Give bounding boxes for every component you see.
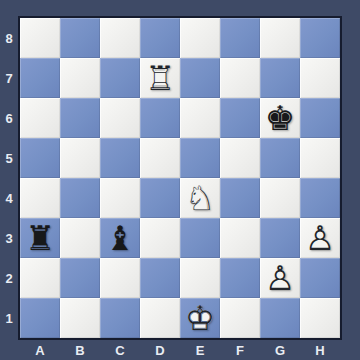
square-h6[interactable] (300, 98, 340, 138)
square-e5[interactable] (180, 138, 220, 178)
white-king-piece: ♚♔ (180, 298, 220, 338)
rank-label-4: 4 (0, 178, 18, 218)
square-d5[interactable] (140, 138, 180, 178)
square-c3[interactable]: ♝ (100, 218, 140, 258)
square-a2[interactable] (20, 258, 60, 298)
white-rook-glyph-outline: ♖ (140, 58, 180, 98)
square-f2[interactable] (220, 258, 260, 298)
square-f8[interactable] (220, 18, 260, 58)
file-label-b: B (60, 340, 100, 360)
square-b4[interactable] (60, 178, 100, 218)
white-king-glyph-fill: ♚ (180, 298, 220, 338)
square-f5[interactable] (220, 138, 260, 178)
square-h4[interactable] (300, 178, 340, 218)
square-d6[interactable] (140, 98, 180, 138)
square-h2[interactable] (300, 258, 340, 298)
white-pawn-glyph-outline: ♙ (260, 258, 300, 298)
square-g7[interactable] (260, 58, 300, 98)
square-d1[interactable] (140, 298, 180, 338)
square-a5[interactable] (20, 138, 60, 178)
square-a1[interactable] (20, 298, 60, 338)
square-d4[interactable] (140, 178, 180, 218)
black-rook-piece: ♜ (20, 218, 60, 258)
square-e7[interactable] (180, 58, 220, 98)
square-a3[interactable]: ♜ (20, 218, 60, 258)
black-king-piece: ♚ (260, 98, 300, 138)
white-pawn-glyph-fill: ♟ (300, 218, 340, 258)
square-a7[interactable] (20, 58, 60, 98)
white-rook-glyph-fill: ♜ (140, 58, 180, 98)
square-e4[interactable]: ♞♘ (180, 178, 220, 218)
square-b3[interactable] (60, 218, 100, 258)
square-f1[interactable] (220, 298, 260, 338)
white-knight-glyph-outline: ♘ (180, 178, 220, 218)
square-g8[interactable] (260, 18, 300, 58)
square-f7[interactable] (220, 58, 260, 98)
square-a4[interactable] (20, 178, 60, 218)
rank-label-2: 2 (0, 258, 18, 298)
square-e1[interactable]: ♚♔ (180, 298, 220, 338)
black-rook-glyph: ♜ (20, 218, 60, 258)
black-king-glyph: ♚ (260, 98, 300, 138)
square-c7[interactable] (100, 58, 140, 98)
square-g6[interactable]: ♚ (260, 98, 300, 138)
square-f4[interactable] (220, 178, 260, 218)
rank-label-7: 7 (0, 58, 18, 98)
white-rook-piece: ♜♖ (140, 58, 180, 98)
rank-label-1: 1 (0, 298, 18, 338)
rank-label-8: 8 (0, 18, 18, 58)
square-g3[interactable] (260, 218, 300, 258)
square-a8[interactable] (20, 18, 60, 58)
rank-label-6: 6 (0, 98, 18, 138)
white-knight-piece: ♞♘ (180, 178, 220, 218)
square-e8[interactable] (180, 18, 220, 58)
square-e3[interactable] (180, 218, 220, 258)
square-f3[interactable] (220, 218, 260, 258)
white-pawn-piece: ♟♙ (260, 258, 300, 298)
square-h5[interactable] (300, 138, 340, 178)
file-label-h: H (300, 340, 340, 360)
rank-label-5: 5 (0, 138, 18, 178)
chess-diagram: ♜♖♚♞♘♜♝♟♙♟♙♚♔ 87654321 ABCDEFGH (0, 0, 360, 360)
white-pawn-glyph-fill: ♟ (260, 258, 300, 298)
square-d3[interactable] (140, 218, 180, 258)
square-b6[interactable] (60, 98, 100, 138)
square-d8[interactable] (140, 18, 180, 58)
file-label-e: E (180, 340, 220, 360)
square-g1[interactable] (260, 298, 300, 338)
square-b1[interactable] (60, 298, 100, 338)
file-label-d: D (140, 340, 180, 360)
square-g2[interactable]: ♟♙ (260, 258, 300, 298)
square-f6[interactable] (220, 98, 260, 138)
white-knight-glyph-fill: ♞ (180, 178, 220, 218)
square-c6[interactable] (100, 98, 140, 138)
black-bishop-piece: ♝ (100, 218, 140, 258)
chess-board: ♜♖♚♞♘♜♝♟♙♟♙♚♔ (18, 16, 342, 340)
square-a6[interactable] (20, 98, 60, 138)
file-label-g: G (260, 340, 300, 360)
white-pawn-glyph-outline: ♙ (300, 218, 340, 258)
square-h8[interactable] (300, 18, 340, 58)
square-c5[interactable] (100, 138, 140, 178)
rank-label-3: 3 (0, 218, 18, 258)
file-label-a: A (20, 340, 60, 360)
square-c4[interactable] (100, 178, 140, 218)
square-b2[interactable] (60, 258, 100, 298)
square-h1[interactable] (300, 298, 340, 338)
file-label-c: C (100, 340, 140, 360)
square-d7[interactable]: ♜♖ (140, 58, 180, 98)
square-g4[interactable] (260, 178, 300, 218)
square-e6[interactable] (180, 98, 220, 138)
white-king-glyph-outline: ♔ (180, 298, 220, 338)
square-c1[interactable] (100, 298, 140, 338)
square-c8[interactable] (100, 18, 140, 58)
square-c2[interactable] (100, 258, 140, 298)
square-e2[interactable] (180, 258, 220, 298)
white-pawn-piece: ♟♙ (300, 218, 340, 258)
black-bishop-glyph: ♝ (100, 218, 140, 258)
square-h3[interactable]: ♟♙ (300, 218, 340, 258)
square-d2[interactable] (140, 258, 180, 298)
square-b5[interactable] (60, 138, 100, 178)
square-g5[interactable] (260, 138, 300, 178)
square-b7[interactable] (60, 58, 100, 98)
square-h7[interactable] (300, 58, 340, 98)
file-label-f: F (220, 340, 260, 360)
square-b8[interactable] (60, 18, 100, 58)
